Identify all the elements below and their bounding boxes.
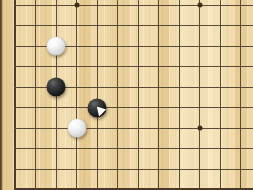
stone-black-e5[interactable]: [88, 98, 107, 117]
board-left-edge-shadow: [0, 0, 3, 190]
grid-line-vertical: [138, 0, 139, 190]
board-edge-line-left: [14, 0, 16, 190]
grid-line-horizontal: [14, 169, 253, 170]
screen: [0, 0, 253, 190]
grid-line-vertical: [117, 0, 118, 190]
grid-line-vertical: [240, 0, 241, 190]
stone-white-d4[interactable]: [67, 119, 86, 138]
grid-line-vertical: [179, 0, 180, 190]
grid-line-horizontal: [14, 66, 253, 67]
grid-line-horizontal: [14, 148, 253, 149]
go-board[interactable]: [0, 0, 253, 190]
grid-line-vertical: [97, 0, 98, 190]
last-move-marker-icon: [88, 98, 107, 117]
grid-line-horizontal: [14, 107, 253, 108]
star-point-k10: [197, 3, 202, 8]
grid-line-horizontal: [14, 128, 253, 129]
grid-line-horizontal: [14, 5, 253, 6]
stone-white-c8[interactable]: [47, 37, 66, 56]
grid-line-vertical: [35, 0, 36, 190]
grid-line-horizontal: [14, 25, 253, 26]
stone-black-c6[interactable]: [47, 78, 66, 97]
grid-line-vertical: [199, 0, 200, 190]
board-edge-line-bottom: [14, 188, 253, 190]
star-point-d10: [74, 3, 79, 8]
grid-line-vertical: [76, 0, 77, 190]
star-point-k4: [197, 126, 202, 131]
grid-line-vertical: [158, 0, 159, 190]
grid-line-vertical: [220, 0, 221, 190]
